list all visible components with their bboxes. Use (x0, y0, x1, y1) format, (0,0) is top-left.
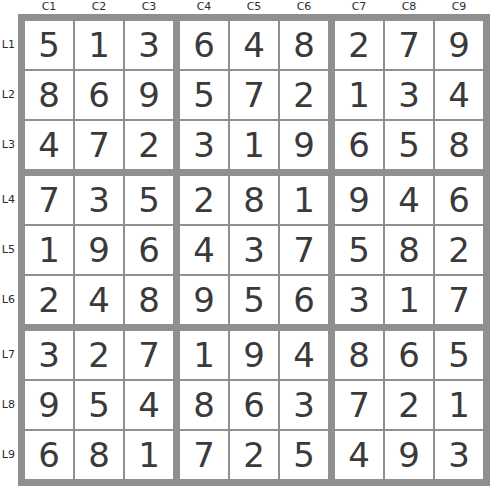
sudoku-board: 5136482798695721344723196587352819461964… (18, 14, 490, 486)
cell-L6C1[interactable]: 2 (25, 276, 73, 324)
cell-L6C9[interactable]: 7 (435, 276, 483, 324)
cell-L5C1[interactable]: 1 (25, 226, 73, 274)
cell-L7C4[interactable]: 1 (180, 331, 228, 379)
cell-L8C4[interactable]: 8 (180, 381, 228, 429)
cell-L1C9[interactable]: 9 (435, 21, 483, 69)
cell-L3C1[interactable]: 4 (25, 121, 73, 169)
cell-L9C3[interactable]: 1 (125, 431, 173, 479)
cell-L8C1[interactable]: 9 (25, 381, 73, 429)
cell-L2C4[interactable]: 5 (180, 71, 228, 119)
cell-L1C5[interactable]: 4 (230, 21, 278, 69)
cell-L9C8[interactable]: 9 (385, 431, 433, 479)
cell-L2C6[interactable]: 2 (280, 71, 328, 119)
cell-L1C4[interactable]: 6 (180, 21, 228, 69)
cell-L9C4[interactable]: 7 (180, 431, 228, 479)
column-label-C1: C1 (25, 0, 73, 13)
cell-L7C2[interactable]: 2 (75, 331, 123, 379)
cell-L3C6[interactable]: 9 (280, 121, 328, 169)
cell-L4C2[interactable]: 3 (75, 176, 123, 224)
cell-L7C5[interactable]: 9 (230, 331, 278, 379)
cell-L2C1[interactable]: 8 (25, 71, 73, 119)
cell-L8C3[interactable]: 4 (125, 381, 173, 429)
cell-L1C7[interactable]: 2 (335, 21, 383, 69)
row-label-L4: L4 (0, 176, 16, 224)
sudoku-page: C1C2C3C4C5C6C7C8C9 L1L2L3L4L5L6L7L8L9 51… (0, 0, 500, 495)
cell-L6C7[interactable]: 3 (335, 276, 383, 324)
cell-L6C6[interactable]: 6 (280, 276, 328, 324)
row-labels: L1L2L3L4L5L6L7L8L9 (0, 21, 16, 479)
column-label-C5: C5 (230, 0, 278, 13)
cell-L4C8[interactable]: 4 (385, 176, 433, 224)
column-labels: C1C2C3C4C5C6C7C8C9 (25, 0, 483, 14)
cell-L4C5[interactable]: 8 (230, 176, 278, 224)
cell-L2C7[interactable]: 1 (335, 71, 383, 119)
row-label-L3: L3 (0, 121, 16, 169)
cell-L4C4[interactable]: 2 (180, 176, 228, 224)
cell-L5C4[interactable]: 4 (180, 226, 228, 274)
cell-L5C5[interactable]: 3 (230, 226, 278, 274)
row-label-L9: L9 (0, 431, 16, 479)
cell-L1C8[interactable]: 7 (385, 21, 433, 69)
cell-L8C5[interactable]: 6 (230, 381, 278, 429)
row-label-L1: L1 (0, 21, 16, 69)
cell-L2C8[interactable]: 3 (385, 71, 433, 119)
cell-L5C9[interactable]: 2 (435, 226, 483, 274)
cell-L4C6[interactable]: 1 (280, 176, 328, 224)
cell-L5C7[interactable]: 5 (335, 226, 383, 274)
cell-L9C6[interactable]: 5 (280, 431, 328, 479)
cell-L5C6[interactable]: 7 (280, 226, 328, 274)
cell-L4C1[interactable]: 7 (25, 176, 73, 224)
cell-L1C6[interactable]: 8 (280, 21, 328, 69)
cell-L4C3[interactable]: 5 (125, 176, 173, 224)
cell-L5C3[interactable]: 6 (125, 226, 173, 274)
cell-L1C1[interactable]: 5 (25, 21, 73, 69)
cell-L5C2[interactable]: 9 (75, 226, 123, 274)
column-label-C6: C6 (280, 0, 328, 13)
row-label-L2: L2 (0, 71, 16, 119)
cell-L7C9[interactable]: 5 (435, 331, 483, 379)
cell-L7C6[interactable]: 4 (280, 331, 328, 379)
cell-L9C9[interactable]: 3 (435, 431, 483, 479)
cell-L3C2[interactable]: 7 (75, 121, 123, 169)
row-label-L6: L6 (0, 276, 16, 324)
cell-L7C3[interactable]: 7 (125, 331, 173, 379)
cell-L6C3[interactable]: 8 (125, 276, 173, 324)
cell-L7C8[interactable]: 6 (385, 331, 433, 379)
cell-L6C8[interactable]: 1 (385, 276, 433, 324)
cell-L3C7[interactable]: 6 (335, 121, 383, 169)
cell-L9C7[interactable]: 4 (335, 431, 383, 479)
cell-L8C6[interactable]: 3 (280, 381, 328, 429)
cell-L3C5[interactable]: 1 (230, 121, 278, 169)
cell-L1C2[interactable]: 1 (75, 21, 123, 69)
cell-L2C2[interactable]: 6 (75, 71, 123, 119)
cell-L8C2[interactable]: 5 (75, 381, 123, 429)
cell-L7C1[interactable]: 3 (25, 331, 73, 379)
cell-L7C7[interactable]: 8 (335, 331, 383, 379)
cell-L1C3[interactable]: 3 (125, 21, 173, 69)
cell-L5C8[interactable]: 8 (385, 226, 433, 274)
row-label-L5: L5 (0, 226, 16, 274)
column-label-C3: C3 (125, 0, 173, 13)
cell-L3C3[interactable]: 2 (125, 121, 173, 169)
cell-L6C2[interactable]: 4 (75, 276, 123, 324)
cell-L8C7[interactable]: 7 (335, 381, 383, 429)
cell-L6C5[interactable]: 5 (230, 276, 278, 324)
column-label-C8: C8 (385, 0, 433, 13)
cell-L3C4[interactable]: 3 (180, 121, 228, 169)
cell-L2C9[interactable]: 4 (435, 71, 483, 119)
row-label-L7: L7 (0, 331, 16, 379)
cell-L8C8[interactable]: 2 (385, 381, 433, 429)
column-label-C7: C7 (335, 0, 383, 13)
cell-L9C2[interactable]: 8 (75, 431, 123, 479)
cell-L4C9[interactable]: 6 (435, 176, 483, 224)
column-label-C2: C2 (75, 0, 123, 13)
cell-L9C5[interactable]: 2 (230, 431, 278, 479)
row-label-L8: L8 (0, 381, 16, 429)
cell-L2C3[interactable]: 9 (125, 71, 173, 119)
cell-L8C9[interactable]: 1 (435, 381, 483, 429)
cell-L4C7[interactable]: 9 (335, 176, 383, 224)
column-label-C4: C4 (180, 0, 228, 13)
cell-L6C4[interactable]: 9 (180, 276, 228, 324)
cell-L2C5[interactable]: 7 (230, 71, 278, 119)
cell-L3C9[interactable]: 8 (435, 121, 483, 169)
cell-L3C8[interactable]: 5 (385, 121, 433, 169)
cell-L9C1[interactable]: 6 (25, 431, 73, 479)
column-label-C9: C9 (435, 0, 483, 13)
